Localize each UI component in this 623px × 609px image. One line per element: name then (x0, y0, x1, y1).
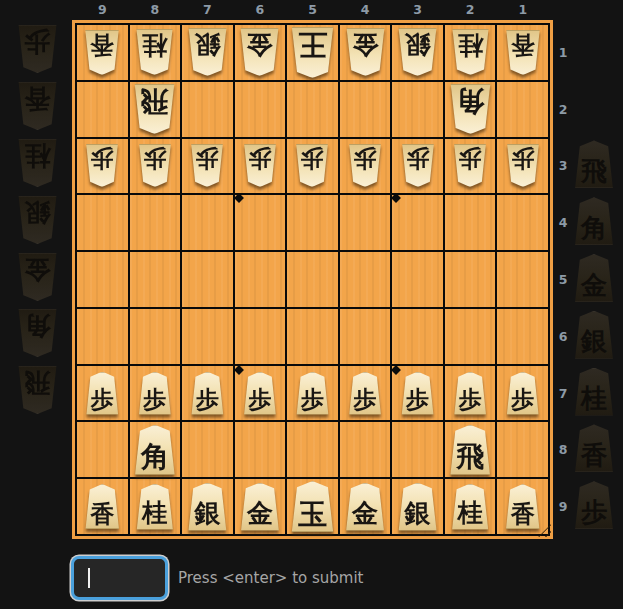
square-75[interactable] (182, 252, 233, 307)
kanji-glyph: 飛 (141, 84, 169, 116)
sente-bishop-piece: 角 (573, 197, 616, 245)
square-86[interactable] (130, 309, 181, 364)
sente-knight-piece: 桂 (450, 484, 491, 530)
square-14[interactable] (497, 195, 548, 250)
kanji-glyph: 香 (581, 442, 607, 472)
kanji-glyph: 香 (90, 30, 114, 58)
kanji-glyph: 歩 (91, 144, 114, 171)
kanji-glyph: 角 (581, 215, 607, 245)
square-76[interactable] (182, 309, 233, 364)
shogi-board: 香桂銀金王金銀桂香飛角歩歩歩歩歩歩歩歩歩歩歩歩歩歩歩歩歩歩角飛香桂銀金玉金銀桂香 (72, 20, 553, 539)
gote-pawn-piece: 歩 (16, 25, 59, 73)
gote-hand-silver: 銀 (10, 192, 64, 247)
rank-label-2: 2 (555, 82, 571, 137)
kanji-glyph: 歩 (248, 144, 271, 171)
gote-bishop-piece: 角 (16, 309, 59, 357)
kanji-glyph: 金 (352, 500, 378, 530)
square-72[interactable] (182, 82, 233, 137)
square-12[interactable] (497, 82, 548, 137)
square-53[interactable]: 歩 (287, 139, 338, 194)
file-label-8: 8 (130, 2, 181, 18)
sente-pawn-piece: 歩 (452, 372, 488, 415)
kanji-glyph: 桂 (581, 385, 607, 415)
kanji-glyph: 香 (90, 501, 114, 529)
kanji-glyph: 桂 (458, 29, 483, 58)
sente-hand-silver: 銀 (567, 307, 621, 362)
file-label-2: 2 (445, 2, 496, 18)
gote-silver-piece: 銀 (396, 28, 439, 76)
square-65[interactable] (235, 252, 286, 307)
sente-silver-piece: 銀 (573, 311, 616, 359)
square-56[interactable] (287, 309, 338, 364)
square-16[interactable] (497, 309, 548, 364)
square-87[interactable]: 歩 (130, 366, 181, 421)
gote-hand-knight: 桂 (10, 136, 64, 191)
square-37[interactable]: 歩 (392, 366, 443, 421)
square-69[interactable]: 金 (235, 479, 286, 534)
submit-hint: Press <enter> to submit (178, 556, 364, 600)
square-26[interactable] (445, 309, 496, 364)
kanji-glyph: 銀 (194, 500, 220, 530)
gote-hand-lance: 香 (10, 79, 64, 134)
sente-pawn-piece: 歩 (573, 481, 616, 529)
square-51[interactable]: 王 (287, 25, 338, 80)
square-84[interactable] (130, 195, 181, 250)
square-32[interactable] (392, 82, 443, 137)
square-99[interactable]: 香 (77, 479, 128, 534)
sente-gold-piece: 金 (573, 254, 616, 302)
file-label-5: 5 (287, 2, 338, 18)
kanji-glyph: 玉 (298, 499, 327, 532)
sente-pawn-piece: 歩 (347, 372, 383, 415)
square-23[interactable]: 歩 (445, 139, 496, 194)
square-46[interactable] (340, 309, 391, 364)
sente-lance-piece: 香 (504, 484, 542, 529)
kanji-glyph: 歩 (406, 387, 429, 414)
sente-pawn-piece: 歩 (84, 372, 120, 415)
kanji-glyph: 歩 (24, 25, 50, 55)
gote-hand-tray: 歩香桂銀金角飛 (10, 22, 64, 418)
kanji-glyph: 歩 (248, 387, 271, 414)
kanji-glyph: 歩 (459, 144, 482, 171)
sente-knight-piece: 桂 (134, 484, 175, 530)
sente-pawn-piece: 歩 (189, 372, 225, 415)
gote-hand-rook: 飛 (10, 363, 64, 418)
kanji-glyph: 歩 (354, 144, 377, 171)
sente-hand-pawn: 歩 (567, 478, 621, 533)
gote-silver-piece: 銀 (186, 28, 229, 76)
gote-gold-piece: 金 (238, 28, 281, 76)
sente-hand-lance: 香 (567, 421, 621, 476)
square-92[interactable] (77, 82, 128, 137)
square-61[interactable]: 金 (235, 25, 286, 80)
file-label-7: 7 (182, 2, 233, 18)
gote-pawn-piece: 歩 (242, 144, 278, 187)
square-48[interactable] (340, 422, 391, 477)
gote-gold-piece: 金 (16, 253, 59, 301)
square-97[interactable]: 歩 (77, 366, 128, 421)
gote-pawn-piece: 歩 (84, 144, 120, 187)
square-39[interactable]: 銀 (392, 479, 443, 534)
gote-knight-piece: 桂 (134, 29, 175, 75)
square-96[interactable] (77, 309, 128, 364)
kanji-glyph: 王 (298, 27, 327, 60)
square-47[interactable]: 歩 (340, 366, 391, 421)
kanji-glyph: 桂 (458, 500, 483, 529)
square-54[interactable] (287, 195, 338, 250)
gote-pawn-piece: 歩 (294, 144, 330, 187)
square-13[interactable]: 歩 (497, 139, 548, 194)
gote-pawn-piece: 歩 (347, 144, 383, 187)
square-35[interactable] (392, 252, 443, 307)
sente-king-piece: 玉 (289, 481, 336, 532)
square-18[interactable] (497, 422, 548, 477)
square-74[interactable] (182, 195, 233, 250)
square-91[interactable]: 香 (77, 25, 128, 80)
gote-silver-piece: 銀 (16, 196, 59, 244)
sente-gold-piece: 金 (344, 483, 387, 531)
gote-hand-bishop: 角 (10, 306, 64, 361)
sente-bishop-piece: 角 (132, 425, 177, 475)
square-52[interactable] (287, 82, 338, 137)
square-38[interactable] (392, 422, 443, 477)
sente-rook-piece: 飛 (573, 140, 616, 188)
gote-lance-piece: 香 (83, 30, 121, 75)
sente-hand-knight: 桂 (567, 364, 621, 419)
square-34[interactable] (392, 195, 443, 250)
square-59[interactable]: 玉 (287, 479, 338, 534)
gote-bishop-piece: 角 (448, 84, 493, 134)
square-77[interactable]: 歩 (182, 366, 233, 421)
gote-pawn-piece: 歩 (452, 144, 488, 187)
sente-silver-piece: 銀 (186, 483, 229, 531)
move-input[interactable] (71, 556, 168, 600)
kanji-glyph: 歩 (196, 144, 219, 171)
kanji-glyph: 歩 (354, 387, 377, 414)
kanji-glyph: 銀 (405, 500, 431, 530)
kanji-glyph: 飛 (456, 442, 484, 474)
sente-pawn-piece: 歩 (505, 372, 541, 415)
sente-hand-gold: 金 (567, 251, 621, 306)
square-17[interactable]: 歩 (497, 366, 548, 421)
kanji-glyph: 桂 (24, 139, 50, 169)
text-cursor-icon (88, 568, 90, 588)
square-57[interactable]: 歩 (287, 366, 338, 421)
square-93[interactable]: 歩 (77, 139, 128, 194)
kanji-glyph: 歩 (301, 387, 324, 414)
kanji-glyph: 飛 (24, 366, 50, 396)
square-73[interactable]: 歩 (182, 139, 233, 194)
square-43[interactable]: 歩 (340, 139, 391, 194)
kanji-glyph: 歩 (196, 387, 219, 414)
square-66[interactable] (235, 309, 286, 364)
file-label-6: 6 (235, 2, 286, 18)
kanji-glyph: 金 (352, 28, 378, 58)
sente-hand-rook: 飛 (567, 137, 621, 192)
sente-pawn-piece: 歩 (294, 372, 330, 415)
gote-lance-piece: 香 (16, 82, 59, 130)
board-grid: 香桂銀金王金銀桂香飛角歩歩歩歩歩歩歩歩歩歩歩歩歩歩歩歩歩歩角飛香桂銀金玉金銀桂香 (75, 23, 550, 536)
gote-rook-piece: 飛 (16, 366, 59, 414)
square-88[interactable]: 角 (130, 422, 181, 477)
square-62[interactable] (235, 82, 286, 137)
square-15[interactable] (497, 252, 548, 307)
square-44[interactable] (340, 195, 391, 250)
shogi-app: 987654321 123456789 香桂銀金王金銀桂香飛角歩歩歩歩歩歩歩歩歩… (0, 0, 623, 609)
sente-silver-piece: 銀 (396, 483, 439, 531)
kanji-glyph: 銀 (194, 28, 220, 58)
gote-pawn-piece: 歩 (505, 144, 541, 187)
kanji-glyph: 歩 (301, 144, 324, 171)
file-labels: 987654321 (77, 2, 548, 18)
kanji-glyph: 銀 (581, 328, 607, 358)
square-68[interactable] (235, 422, 286, 477)
square-79[interactable]: 銀 (182, 479, 233, 534)
kanji-glyph: 金 (24, 253, 50, 283)
square-98[interactable] (77, 422, 128, 477)
square-49[interactable]: 金 (340, 479, 391, 534)
gote-lance-piece: 香 (504, 30, 542, 75)
rank-label-1: 1 (555, 25, 571, 80)
kanji-glyph: 銀 (405, 28, 431, 58)
sente-pawn-piece: 歩 (242, 372, 278, 415)
kanji-glyph: 歩 (91, 387, 114, 414)
gote-rook-piece: 飛 (132, 84, 177, 134)
gote-hand-pawn: 歩 (10, 22, 64, 77)
square-81[interactable]: 桂 (130, 25, 181, 80)
sente-lance-piece: 香 (573, 424, 616, 472)
square-29[interactable]: 桂 (445, 479, 496, 534)
kanji-glyph: 銀 (24, 196, 50, 226)
square-94[interactable] (77, 195, 128, 250)
kanji-glyph: 桂 (142, 29, 167, 58)
kanji-glyph: 歩 (511, 387, 534, 414)
square-42[interactable] (340, 82, 391, 137)
kanji-glyph: 歩 (459, 387, 482, 414)
kanji-glyph: 金 (247, 28, 273, 58)
square-85[interactable] (130, 252, 181, 307)
kanji-glyph: 金 (247, 500, 273, 530)
sente-pawn-piece: 歩 (400, 372, 436, 415)
square-82[interactable]: 飛 (130, 82, 181, 137)
gote-knight-piece: 桂 (16, 139, 59, 187)
square-25[interactable] (445, 252, 496, 307)
gote-knight-piece: 桂 (450, 29, 491, 75)
sente-lance-piece: 香 (83, 484, 121, 529)
gote-gold-piece: 金 (344, 28, 387, 76)
square-31[interactable]: 銀 (392, 25, 443, 80)
sente-hand-bishop: 角 (567, 194, 621, 249)
square-21[interactable]: 桂 (445, 25, 496, 80)
square-58[interactable] (287, 422, 338, 477)
sente-hand-tray: 飛角金銀桂香歩 (567, 137, 621, 533)
square-11[interactable]: 香 (497, 25, 548, 80)
kanji-glyph: 金 (581, 272, 607, 302)
kanji-glyph: 歩 (406, 144, 429, 171)
square-71[interactable]: 銀 (182, 25, 233, 80)
square-19[interactable]: 香 (497, 479, 548, 534)
square-41[interactable]: 金 (340, 25, 391, 80)
kanji-glyph: 歩 (143, 144, 166, 171)
square-24[interactable] (445, 195, 496, 250)
gote-pawn-piece: 歩 (137, 144, 173, 187)
kanji-glyph: 桂 (142, 500, 167, 529)
square-33[interactable]: 歩 (392, 139, 443, 194)
square-63[interactable]: 歩 (235, 139, 286, 194)
sente-rook-piece: 飛 (448, 425, 493, 475)
square-89[interactable]: 桂 (130, 479, 181, 534)
sente-gold-piece: 金 (238, 483, 281, 531)
file-label-9: 9 (77, 2, 128, 18)
kanji-glyph: 歩 (581, 499, 607, 529)
kanji-glyph: 香 (511, 30, 535, 58)
file-label-3: 3 (392, 2, 443, 18)
kanji-glyph: 飛 (581, 158, 607, 188)
square-22[interactable]: 角 (445, 82, 496, 137)
gote-hand-gold: 金 (10, 249, 64, 304)
gote-pawn-piece: 歩 (400, 144, 436, 187)
kanji-glyph: 角 (456, 84, 484, 116)
kanji-glyph: 歩 (511, 144, 534, 171)
square-83[interactable]: 歩 (130, 139, 181, 194)
file-label-1: 1 (498, 2, 549, 18)
square-55[interactable] (287, 252, 338, 307)
kanji-glyph: 歩 (143, 387, 166, 414)
square-78[interactable] (182, 422, 233, 477)
kanji-glyph: 角 (141, 442, 169, 474)
square-95[interactable] (77, 252, 128, 307)
sente-knight-piece: 桂 (573, 368, 616, 416)
square-45[interactable] (340, 252, 391, 307)
kanji-glyph: 角 (24, 309, 50, 339)
gote-pawn-piece: 歩 (189, 144, 225, 187)
square-36[interactable] (392, 309, 443, 364)
sente-pawn-piece: 歩 (137, 372, 173, 415)
file-label-4: 4 (340, 2, 391, 18)
kanji-glyph: 香 (24, 82, 50, 112)
square-67[interactable]: 歩 (235, 366, 286, 421)
kanji-glyph: 香 (511, 501, 535, 529)
square-64[interactable] (235, 195, 286, 250)
gote-king-piece: 王 (289, 27, 336, 78)
square-27[interactable]: 歩 (445, 366, 496, 421)
square-28[interactable]: 飛 (445, 422, 496, 477)
